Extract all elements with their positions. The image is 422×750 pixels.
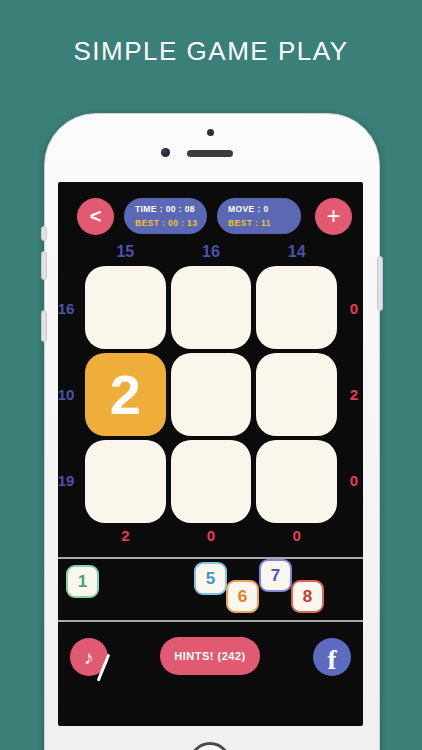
tray-divider-top xyxy=(58,557,363,559)
column-sum-labels: 2 0 0 xyxy=(85,527,337,544)
phone-speaker xyxy=(187,150,233,157)
tray-divider-bottom xyxy=(58,620,363,622)
phone-volume-up-button xyxy=(41,251,47,280)
col-target-3: 14 xyxy=(256,243,337,261)
muted-music-note-icon: ♪ xyxy=(84,648,94,667)
tray-tile-8[interactable]: 8 xyxy=(291,580,324,613)
time-value: TIME : 00 : 08 xyxy=(135,204,201,214)
board-cell-r2c2[interactable] xyxy=(171,353,252,436)
column-target-labels: 15 16 14 xyxy=(85,243,337,261)
best-move-value: BEST : 11 xyxy=(228,218,295,228)
phone-sensor-dot xyxy=(207,129,214,136)
best-time-value: BEST : 00 : 13 xyxy=(135,218,201,228)
tray-tile-5[interactable]: 5 xyxy=(194,562,227,595)
board-cell-r3c1[interactable] xyxy=(85,440,166,523)
tray-tile-6[interactable]: 6 xyxy=(226,580,259,613)
row-target-3: 19 xyxy=(53,472,79,489)
music-toggle-button[interactable]: ♪ xyxy=(70,638,108,676)
tray-tile-1[interactable]: 1 xyxy=(66,565,99,598)
row-target-2: 10 xyxy=(53,386,79,403)
tray-tile-7[interactable]: 7 xyxy=(259,559,292,592)
board-cell-r1c1[interactable] xyxy=(85,266,166,349)
add-button[interactable]: + xyxy=(315,198,352,235)
board-cell-r3c2[interactable] xyxy=(171,440,252,523)
app-store-screenshot: SIMPLE GAME PLAY < TIME : 00 : 08 BEST :… xyxy=(0,0,422,750)
row-sum-labels: 0 2 0 xyxy=(341,266,367,523)
banner-title: SIMPLE GAME PLAY xyxy=(0,36,422,67)
phone-power-button xyxy=(377,256,383,311)
phone-mute-switch xyxy=(41,226,47,241)
phone-camera-icon xyxy=(161,148,170,157)
row-target-1: 16 xyxy=(53,300,79,317)
move-stats-pill: MOVE : 0 BEST : 11 xyxy=(217,198,301,234)
board-cell-r1c2[interactable] xyxy=(171,266,252,349)
facebook-button[interactable]: f xyxy=(313,638,351,676)
board-cell-r1c3[interactable] xyxy=(256,266,337,349)
col-sum-2: 0 xyxy=(171,527,252,544)
time-stats-pill: TIME : 00 : 08 BEST : 00 : 13 xyxy=(124,198,207,234)
row-sum-3: 0 xyxy=(341,472,367,489)
board-cell-r2c3[interactable] xyxy=(256,353,337,436)
col-sum-1: 2 xyxy=(85,527,166,544)
col-target-2: 16 xyxy=(171,243,252,261)
hints-button[interactable]: HINTS! (242) xyxy=(160,637,260,675)
col-sum-3: 0 xyxy=(256,527,337,544)
col-target-1: 15 xyxy=(85,243,166,261)
board-cell-r3c3[interactable] xyxy=(256,440,337,523)
row-target-labels: 16 10 19 xyxy=(53,266,79,523)
board-cell-r2c1[interactable]: 2 xyxy=(85,353,166,436)
row-sum-1: 0 xyxy=(341,300,367,317)
back-button[interactable]: < xyxy=(77,198,114,235)
phone-volume-down-button xyxy=(41,310,47,342)
row-sum-2: 2 xyxy=(341,386,367,403)
facebook-icon: f xyxy=(328,639,337,676)
puzzle-board: 2 xyxy=(85,266,337,523)
move-value: MOVE : 0 xyxy=(228,204,295,214)
